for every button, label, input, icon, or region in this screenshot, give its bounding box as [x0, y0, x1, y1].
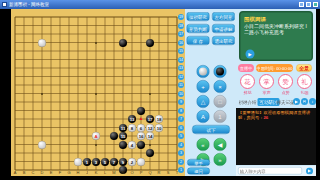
- live-badge: 直播中: [238, 64, 254, 72]
- stone-black-j2[interactable]: 1: [83, 158, 91, 166]
- lesson-board: 围棋网课 小目二间低夹冲断系列研究 I 二路小飞补充思考 ▶: [239, 11, 313, 61]
- coordinate-row-badge: 10: [178, 91, 184, 97]
- star-point: [149, 144, 151, 146]
- edit-tool-4: □: [214, 95, 227, 108]
- black-stone-icon: [216, 68, 224, 76]
- stone-black-n5[interactable]: 15: [119, 132, 127, 140]
- coordinate-row-badge: 3: [178, 150, 184, 156]
- chat-input[interactable]: [238, 167, 302, 175]
- stone-black-p4[interactable]: [137, 141, 145, 149]
- coordinate-row-badge: 4: [178, 142, 184, 148]
- mail-icon[interactable]: ✉: [301, 98, 308, 105]
- stone-white-q5[interactable]: 14: [146, 132, 154, 140]
- coordinate-row-badge: 11: [178, 82, 184, 88]
- gift-button-礼物[interactable]: 礼: [297, 74, 312, 89]
- gift-button-鲜花[interactable]: 花: [240, 74, 255, 89]
- edit-tool-6: 1: [214, 110, 227, 123]
- coordinate-row-badge: 5: [178, 133, 184, 139]
- room-number: 26: [264, 115, 269, 120]
- research-button-1[interactable]: 摆棋研究: [187, 12, 210, 21]
- star-point: [95, 42, 97, 44]
- coordinate-row-badge: 8: [178, 108, 184, 114]
- timer-value: 00:00:00: [276, 66, 293, 71]
- stone-white-d16[interactable]: [38, 39, 46, 47]
- research-button-4[interactable]: 申请讲解: [212, 24, 235, 33]
- coordinate-column-label: R: [156, 170, 162, 176]
- stone-black-n6[interactable]: 11: [119, 124, 127, 132]
- speaker-icon[interactable]: ▶: [293, 98, 300, 105]
- lesson-tag: 围棋网课: [244, 16, 308, 23]
- coordinate-row-badge: 12: [178, 74, 184, 80]
- send-icon[interactable]: ▶: [306, 168, 313, 175]
- coordinate-column-label: M: [111, 170, 117, 176]
- white-stone-tool[interactable]: [197, 65, 210, 78]
- coordinate-column-label: A: [12, 170, 18, 176]
- edit-tool-2[interactable]: ×: [214, 80, 227, 93]
- research-button-5[interactable]: 保 存: [187, 36, 210, 45]
- coordinate-row-badge: 2: [178, 159, 184, 165]
- white-stone-icon: [199, 68, 207, 76]
- tab-3[interactable]: 聊天记录: [277, 98, 295, 106]
- lesson-subtitle: 二路小飞补充思考: [244, 29, 308, 36]
- timer-label: 中国时间:: [257, 66, 275, 71]
- coordinate-row-badge: 9: [178, 99, 184, 105]
- chat-area[interactable]: 【重要通知】欢迎收看围棋网课直播讲解，房间号：26: [236, 108, 316, 165]
- triangle-marker: ▲: [137, 114, 145, 122]
- stone-white-o4[interactable]: 4: [128, 141, 136, 149]
- stone-white-k5[interactable]: A: [92, 132, 100, 140]
- window-title: 新博围棋 - 网络教室: [9, 0, 109, 9]
- nav-last-button[interactable]: »: [214, 153, 227, 166]
- gift-button-掌声[interactable]: 掌: [259, 74, 274, 89]
- research-button-2[interactable]: 左右同形: [212, 12, 235, 21]
- gift-label: 鲜花: [239, 90, 256, 96]
- coordinate-row-badge: 19: [178, 14, 184, 20]
- coordinate-column-label: J: [84, 170, 90, 176]
- star-point: [95, 93, 97, 95]
- gift-label: 点赞: [277, 90, 294, 96]
- coordinate-column-label: F: [57, 170, 63, 176]
- try-move-button[interactable]: 试下: [192, 125, 230, 134]
- stone-black-n16[interactable]: [119, 39, 127, 47]
- coordinate-column-label: G: [66, 170, 72, 176]
- edit-tool-1[interactable]: +: [197, 80, 210, 93]
- title-bar: 新博围棋 - 网络教室: [0, 0, 320, 9]
- nav-first-button[interactable]: «: [197, 138, 210, 151]
- edit-tool-5[interactable]: A: [197, 110, 210, 123]
- stone-black-q3[interactable]: [146, 149, 154, 157]
- notice-message: 【重要通知】欢迎收看围棋网课直播讲解，房间号：26: [236, 108, 316, 122]
- coordinate-column-label: K: [93, 170, 99, 176]
- control-panel: 摆棋研究左右同形形势判断申请讲解保 存退出研究+×△□A1试下«◀▶»举手提问: [185, 9, 237, 176]
- stone-black-n2[interactable]: 9: [119, 158, 127, 166]
- request-button-2[interactable]: 提问: [187, 168, 210, 175]
- research-button-3[interactable]: 形势判断: [187, 24, 210, 33]
- coordinate-column-label: L: [102, 170, 108, 176]
- stone-black-m5[interactable]: [110, 132, 118, 140]
- music-icon[interactable]: ♪: [309, 98, 316, 105]
- board-grid-lines: [11, 9, 185, 176]
- coordinate-column-label: S: [165, 170, 171, 176]
- minimize-button[interactable]: [299, 2, 304, 7]
- coordinate-row-badge: 17: [178, 31, 184, 37]
- stone-white-p2[interactable]: [137, 158, 145, 166]
- stone-white-p5[interactable]: 16: [137, 132, 145, 140]
- stone-black-m2[interactable]: 7: [110, 158, 118, 166]
- coordinate-column-label: P: [138, 170, 144, 176]
- stone-black-q7[interactable]: 17: [146, 115, 154, 123]
- coordinate-row-badge: 16: [178, 40, 184, 46]
- coordinate-column-label: N: [120, 170, 126, 176]
- coordinate-row-badge: 7: [178, 116, 184, 122]
- coordinate-row-badge: 15: [178, 48, 184, 54]
- star-point: [41, 93, 43, 95]
- tab-1[interactable]: 棋谱介绍: [239, 98, 257, 106]
- app-icon: [2, 2, 7, 7]
- gift-label: 掌声: [258, 90, 275, 96]
- coordinate-row-badge: 1: [178, 167, 184, 173]
- black-stone-tool[interactable]: [214, 65, 227, 78]
- stone-black-o7[interactable]: 13: [128, 115, 136, 123]
- star-point: [149, 93, 151, 95]
- coordinate-column-label: D: [39, 170, 45, 176]
- stone-white-r7[interactable]: 18: [155, 115, 163, 123]
- star-point: [95, 144, 97, 146]
- coordinate-row-badge: 13: [178, 65, 184, 71]
- right-panel: 围棋网课 小目二间低夹冲断系列研究 I 二路小飞补充思考 ▶ 直播中 中国时间:…: [236, 9, 316, 176]
- request-button-1[interactable]: 举手: [187, 159, 210, 166]
- stone-white-h2[interactable]: [74, 158, 82, 166]
- coordinate-row-badge: 14: [178, 57, 184, 63]
- edit-tool-3[interactable]: △: [197, 95, 210, 108]
- stone-black-q16[interactable]: [146, 39, 154, 47]
- coordinate-row-badge: 6: [178, 125, 184, 131]
- coordinate-column-label: C: [30, 170, 36, 176]
- coordinate-row-badge: 18: [178, 23, 184, 29]
- timer-pill: 中国时间: 00:00:00: [256, 64, 293, 72]
- stone-white-p6[interactable]: 6: [137, 124, 145, 132]
- coordinate-column-label: E: [48, 170, 54, 176]
- nav-prev-button[interactable]: ◀: [214, 138, 227, 151]
- close-button[interactable]: [313, 2, 318, 7]
- coordinate-column-label: H: [75, 170, 81, 176]
- app-window: 新博围棋 - 网络教室 13171811861210151614A4135792…: [0, 0, 320, 180]
- coordinate-column-label: B: [21, 170, 27, 176]
- stone-white-o2[interactable]: 2: [128, 158, 136, 166]
- panorama-button[interactable]: 全景: [296, 64, 312, 72]
- stone-black-n4[interactable]: [119, 141, 127, 149]
- stone-white-o6[interactable]: 8: [128, 124, 136, 132]
- chat-input-bar: ▶: [236, 166, 316, 176]
- stone-white-q6[interactable]: 12: [146, 124, 154, 132]
- stone-black-l2[interactable]: 5: [101, 158, 109, 166]
- gift-button-点赞[interactable]: 赞: [278, 74, 293, 89]
- coordinate-column-label: Q: [147, 170, 153, 176]
- research-button-6[interactable]: 退出研究: [212, 36, 235, 45]
- gift-label: 礼物: [296, 90, 313, 96]
- go-board[interactable]: 13171811861210151614A4135792▲ABCDEFGHJKL…: [11, 9, 185, 176]
- coordinate-column-label: O: [129, 170, 135, 176]
- stone-white-d4[interactable]: [38, 141, 46, 149]
- audio-play-icon[interactable]: ▶: [246, 50, 255, 59]
- stone-white-r6[interactable]: 10: [155, 124, 163, 132]
- maximize-button[interactable]: [306, 2, 311, 7]
- stone-black-k2[interactable]: 3: [92, 158, 100, 166]
